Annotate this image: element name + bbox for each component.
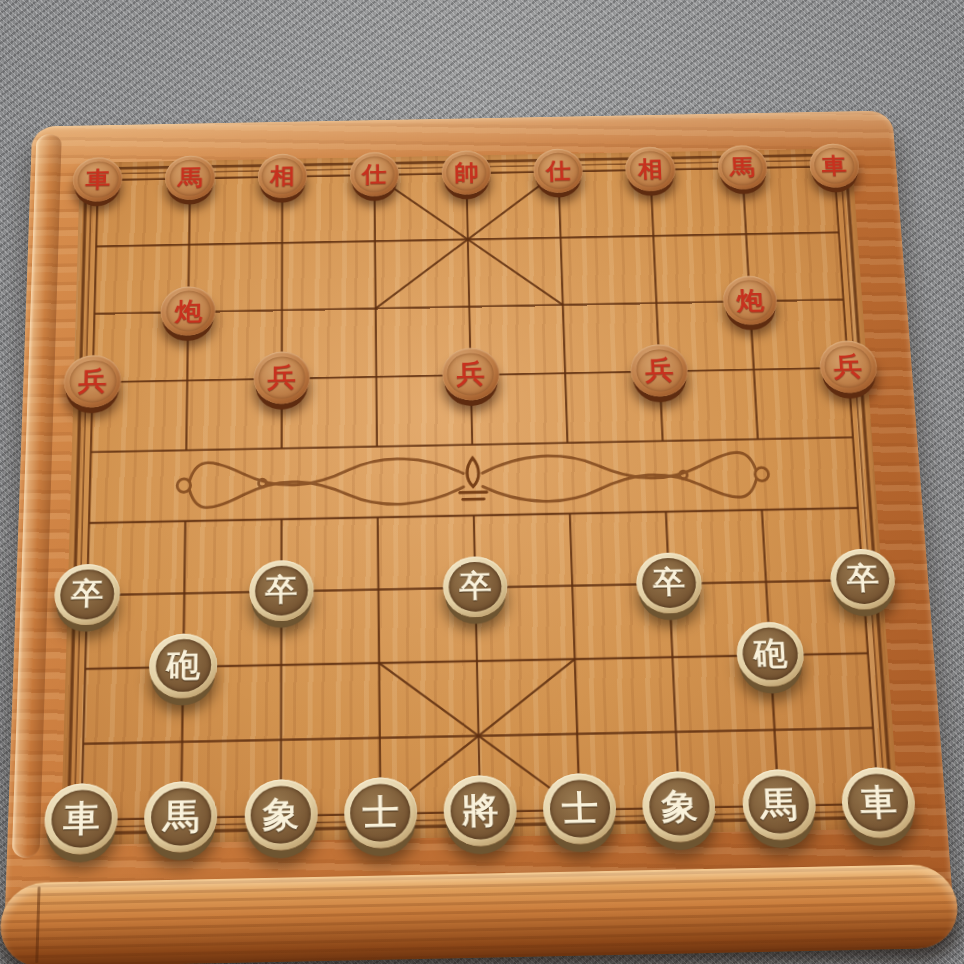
white-cannon-piece[interactable]: 砲 [735,621,806,686]
red-horse-piece[interactable]: 馬 [165,155,215,200]
red-cannon-piece[interactable]: 炮 [161,286,216,336]
piece-character: 仕 [538,152,580,189]
playfield[interactable]: 車馬相仕帥仕相馬車炮炮兵兵兵兵兵卒卒卒卒卒砲砲車馬象士將士象馬車 [61,148,900,845]
white-elephant-piece[interactable]: 象 [244,779,317,851]
white-chariot-piece[interactable]: 車 [44,783,119,855]
red-advisor-piece[interactable]: 仕 [533,148,584,193]
red-elephant-piece[interactable]: 相 [257,153,306,198]
piece-character: 車 [51,789,112,848]
red-advisor-piece[interactable]: 仕 [350,152,400,197]
piece-character: 帥 [446,154,487,191]
piece-character: 砲 [741,627,799,681]
white-soldier-piece[interactable]: 卒 [54,563,120,625]
white-elephant-piece[interactable]: 象 [641,771,717,843]
piece-character: 卒 [835,553,891,604]
piece-character: 車 [813,147,856,184]
piece-character: 馬 [151,787,212,846]
red-soldier-piece[interactable]: 兵 [818,340,878,393]
piece-character: 車 [846,773,910,832]
piece-character: 相 [262,157,303,194]
piece-character: 馬 [170,159,211,196]
red-horse-piece[interactable]: 馬 [716,145,768,190]
board-tilt-wrapper: 車馬相仕帥仕相馬車炮炮兵兵兵兵兵卒卒卒卒卒砲砲車馬象士將士象馬車 [4,111,956,952]
white-horse-piece[interactable]: 馬 [144,781,218,853]
white-soldier-piece[interactable]: 卒 [636,552,703,614]
pieces-layer: 車馬相仕帥仕相馬車炮炮兵兵兵兵兵卒卒卒卒卒砲砲車馬象士將士象馬車 [61,148,900,845]
piece-character: 士 [350,783,410,842]
piece-character: 車 [77,161,118,198]
red-soldier-piece[interactable]: 兵 [253,351,310,404]
xiangqi-board[interactable]: 車馬相仕帥仕相馬車炮炮兵兵兵兵兵卒卒卒卒卒砲砲車馬象士將士象馬車 [4,111,956,952]
piece-character: 兵 [258,356,305,400]
red-chariot-piece[interactable]: 車 [808,143,860,188]
white-soldier-piece[interactable]: 卒 [829,548,898,610]
board-bottom-roller [0,864,961,964]
piece-character: 象 [648,777,710,836]
piece-character: 兵 [69,359,117,403]
piece-character: 士 [549,779,611,838]
white-soldier-piece[interactable]: 卒 [249,559,314,621]
white-horse-piece[interactable]: 馬 [741,769,818,841]
piece-character: 卒 [255,565,308,616]
red-general-piece[interactable]: 帥 [441,150,491,195]
red-soldier-piece[interactable]: 兵 [442,347,500,400]
white-advisor-piece[interactable]: 士 [344,777,418,849]
red-soldier-piece[interactable]: 兵 [630,344,689,397]
red-elephant-piece[interactable]: 相 [625,146,676,191]
white-chariot-piece[interactable]: 車 [840,767,918,839]
piece-character: 卒 [60,569,114,620]
piece-character: 馬 [747,775,810,834]
piece-character: 兵 [447,352,494,396]
red-chariot-piece[interactable]: 車 [73,157,124,202]
piece-character: 炮 [727,280,774,321]
white-general-piece[interactable]: 將 [443,775,517,847]
piece-character: 相 [629,151,671,188]
piece-character: 兵 [635,349,683,393]
photo-scene: 車馬相仕帥仕相馬車炮炮兵兵兵兵兵卒卒卒卒卒砲砲車馬象士將士象馬車 [0,0,964,964]
piece-character: 象 [251,785,311,844]
piece-character: 卒 [448,561,502,612]
red-cannon-piece[interactable]: 炮 [721,275,778,325]
white-advisor-piece[interactable]: 士 [542,773,617,845]
piece-character: 兵 [823,345,872,389]
red-soldier-piece[interactable]: 兵 [64,355,122,408]
piece-character: 馬 [721,149,763,186]
piece-character: 卒 [642,557,697,608]
piece-character: 炮 [166,290,211,331]
piece-character: 仕 [354,156,395,193]
piece-character: 砲 [155,639,211,693]
white-soldier-piece[interactable]: 卒 [442,555,508,617]
piece-character: 將 [450,781,511,840]
white-cannon-piece[interactable]: 砲 [149,633,217,698]
